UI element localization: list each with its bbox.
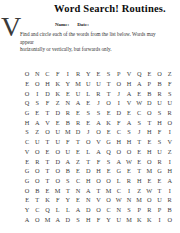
grid-cell-r4c6: A <box>73 98 83 108</box>
grid-cell-r12c10: L <box>114 176 124 186</box>
grid-cell-r16c4: A <box>53 214 63 224</box>
grid-cell-r6c14: H <box>154 117 164 127</box>
grid-cell-r8c8: V <box>93 137 103 147</box>
grid-cell-r9c7: L <box>83 147 93 157</box>
grid-cell-r3c6: U <box>73 88 83 98</box>
grid-cell-r16c10: U <box>114 214 124 224</box>
grid-cell-r3c14: R <box>154 88 164 98</box>
grid-cell-r7c11: S <box>124 127 134 137</box>
grid-cell-r14c14: U <box>154 195 164 205</box>
grid-cell-r9c10: O <box>114 147 124 157</box>
grid-cell-r13c4: M <box>53 185 63 195</box>
grid-cell-r4c2: S <box>32 98 42 108</box>
grid-cell-r14c3: K <box>42 195 52 205</box>
grid-cell-r8c15: V <box>165 137 175 147</box>
grid-cell-r5c7: S <box>83 108 93 118</box>
grid-cell-r11c13: M <box>144 166 154 176</box>
grid-cell-r3c5: E <box>63 88 73 98</box>
grid-cell-r3c7: L <box>83 88 93 98</box>
grid-cell-r2c2: O <box>32 79 42 89</box>
grid-cell-r11c2: O <box>32 166 42 176</box>
grid-cell-r16c8: F <box>93 214 103 224</box>
grid-cell-r6c15: O <box>165 117 175 127</box>
grid-cell-r6c6: R <box>73 117 83 127</box>
grid-cell-r11c15: H <box>165 166 175 176</box>
grid-cell-r13c13: W <box>144 185 154 195</box>
grid-cell-r6c7: E <box>83 117 93 127</box>
grid-cell-r4c3: F <box>42 98 52 108</box>
grid-cell-r4c5: N <box>63 98 73 108</box>
grid-cell-r10c11: W <box>124 156 134 166</box>
grid-cell-r14c8: V <box>93 195 103 205</box>
grid-cell-r10c8: F <box>93 156 103 166</box>
grid-cell-r10c1: E <box>22 156 32 166</box>
grid-cell-r15c5: L <box>63 205 73 215</box>
grid-cell-r8c2: U <box>32 137 42 147</box>
grid-cell-r8c7: O <box>83 137 93 147</box>
grid-cell-r13c5: T <box>63 185 73 195</box>
grid-cell-r7c15: I <box>165 127 175 137</box>
grid-cell-r4c12: W <box>134 98 144 108</box>
grid-cell-r3c1: O <box>22 88 32 98</box>
grid-cell-r15c8: O <box>93 205 103 215</box>
grid-cell-r2c12: A <box>134 79 144 89</box>
grid-cell-r15c1: Y <box>22 205 32 215</box>
grid-cell-r11c6: E <box>73 166 83 176</box>
grid-cell-r10c12: E <box>134 156 144 166</box>
grid-cell-r1c11: V <box>124 69 134 79</box>
grid-cell-r9c11: O <box>124 147 134 157</box>
grid-cell-r16c14: I <box>154 214 164 224</box>
grid-cell-r10c7: T <box>83 156 93 166</box>
grid-cell-r15c10: N <box>114 205 124 215</box>
grid-cell-r7c2: Z <box>32 127 42 137</box>
grid-cell-r8c13: E <box>144 137 154 147</box>
grid-cell-r16c2: O <box>32 214 42 224</box>
grid-cell-r2c9: T <box>104 79 114 89</box>
grid-cell-r1c14: O <box>154 69 164 79</box>
grid-cell-r7c4: U <box>53 127 63 137</box>
grid-cell-r6c3: V <box>42 117 52 127</box>
instructions-line-2: horizontally or vertically, but forwards… <box>20 46 170 54</box>
grid-cell-r9c3: E <box>42 147 52 157</box>
grid-cell-r9c6: E <box>73 147 83 157</box>
grid-cell-r6c12: S <box>134 117 144 127</box>
grid-cell-r16c6: S <box>73 214 83 224</box>
grid-cell-r3c8: R <box>93 88 103 98</box>
grid-cell-r5c5: R <box>63 108 73 118</box>
name-date-line: Name: Date: <box>55 22 89 27</box>
grid-cell-r8c11: H <box>124 137 134 147</box>
grid-cell-r7c14: F <box>154 127 164 137</box>
grid-cell-r12c1: G <box>22 176 32 186</box>
grid-cell-r6c13: T <box>144 117 154 127</box>
grid-cell-r15c15: B <box>165 205 175 215</box>
grid-cell-r1c8: E <box>93 69 103 79</box>
grid-cell-r11c11: E <box>124 166 134 176</box>
grid-cell-r9c9: Q <box>104 147 114 157</box>
grid-cell-r1c9: S <box>104 69 114 79</box>
grid-cell-r11c8: H <box>93 166 103 176</box>
grid-cell-r6c1: H <box>22 117 32 127</box>
grid-cell-r13c15: I <box>165 185 175 195</box>
grid-cell-r2c13: P <box>144 79 154 89</box>
grid-cell-r3c2: I <box>32 88 42 98</box>
grid-cell-r12c13: E <box>144 176 154 186</box>
grid-cell-r1c10: P <box>114 69 124 79</box>
grid-cell-r5c11: E <box>124 108 134 118</box>
grid-cell-r11c1: G <box>22 166 32 176</box>
grid-cell-r8c3: T <box>42 137 52 147</box>
grid-cell-r2c5: Y <box>63 79 73 89</box>
grid-cell-r13c9: M <box>104 185 114 195</box>
grid-cell-r2c8: U <box>93 79 103 89</box>
grid-cell-r16c9: Y <box>104 214 114 224</box>
grid-cell-r16c15: O <box>165 214 175 224</box>
grid-cell-r8c9: G <box>104 137 114 147</box>
grid-cell-r9c4: O <box>53 147 63 157</box>
grid-cell-r9c1: V <box>22 147 32 157</box>
grid-cell-r11c7: D <box>83 166 93 176</box>
grid-cell-r11c10: G <box>114 166 124 176</box>
grid-cell-r13c7: A <box>83 185 93 195</box>
grid-cell-r12c12: H <box>134 176 144 186</box>
grid-cell-r9c5: U <box>63 147 73 157</box>
grid-cell-r14c10: W <box>114 195 124 205</box>
grid-cell-r5c9: E <box>104 108 114 118</box>
grid-cell-r3c10: J <box>114 88 124 98</box>
grid-cell-r3c11: A <box>124 88 134 98</box>
grid-cell-r4c1: Q <box>22 98 32 108</box>
grid-cell-r2c10: O <box>114 79 124 89</box>
grid-cell-r6c8: A <box>93 117 103 127</box>
grid-cell-r12c11: R <box>124 176 134 186</box>
grid-cell-r16c3: M <box>42 214 52 224</box>
grid-cell-r14c13: O <box>144 195 154 205</box>
grid-cell-r6c5: B <box>63 117 73 127</box>
grid-cell-r9c14: U <box>154 147 164 157</box>
grid-cell-r6c9: K <box>104 117 114 127</box>
grid-cell-r16c5: D <box>63 214 73 224</box>
worksheet-page: Word Search! Routines. V Name: Date: Fin… <box>0 0 180 233</box>
grid-cell-r4c15: U <box>165 98 175 108</box>
grid-cell-r5c8: S <box>93 108 103 118</box>
grid-cell-r14c1: E <box>22 195 32 205</box>
grid-cell-r5c1: G <box>22 108 32 118</box>
grid-cell-r16c13: K <box>144 214 154 224</box>
grid-cell-r8c10: H <box>114 137 124 147</box>
grid-cell-r9c12: E <box>134 147 144 157</box>
grid-cell-r3c4: K <box>53 88 63 98</box>
grid-cell-r4c10: I <box>114 98 124 108</box>
grid-cell-r11c14: G <box>154 166 164 176</box>
grid-cell-r1c6: R <box>73 69 83 79</box>
grid-cell-r1c3: C <box>42 69 52 79</box>
grid-cell-r3c13: B <box>144 88 154 98</box>
grid-cell-r2c15: F <box>165 79 175 89</box>
grid-cell-r14c6: E <box>73 195 83 205</box>
grid-cell-r15c4: L <box>53 205 63 215</box>
grid-cell-r15c6: A <box>73 205 83 215</box>
grid-cell-r9c13: H <box>144 147 154 157</box>
grid-cell-r13c11: I <box>124 185 134 195</box>
grid-cell-r14c2: T <box>32 195 42 205</box>
grid-cell-r4c9: O <box>104 98 114 108</box>
grid-cell-r7c10: C <box>114 127 124 137</box>
grid-cell-r12c9: O <box>104 176 114 186</box>
grid-cell-r14c7: N <box>83 195 93 205</box>
grid-cell-r1c1: O <box>22 69 32 79</box>
grid-cell-r14c15: R <box>165 195 175 205</box>
grid-cell-r2c4: K <box>53 79 63 89</box>
grid-cell-r13c3: E <box>42 185 52 195</box>
grid-cell-r10c10: A <box>114 156 124 166</box>
grid-cell-r12c6: C <box>73 176 83 186</box>
grid-cell-r9c8: A <box>93 147 103 157</box>
grid-cell-r1c13: E <box>144 69 154 79</box>
grid-cell-r12c4: O <box>53 176 63 186</box>
instructions-line-1: Find and circle each of the words from t… <box>20 31 170 46</box>
grid-cell-r12c8: O <box>93 176 103 186</box>
grid-cell-r1c15: Z <box>165 69 175 79</box>
page-title: Word Search! Routines. <box>40 3 180 14</box>
grid-cell-r9c15: Z <box>165 147 175 157</box>
grid-cell-r14c9: O <box>104 195 114 205</box>
grid-cell-r13c14: T <box>154 185 164 195</box>
grid-cell-r14c4: F <box>53 195 63 205</box>
grid-cell-r4c14: U <box>154 98 164 108</box>
grid-cell-r4c4: Z <box>53 98 63 108</box>
grid-cell-r7c5: M <box>63 127 73 137</box>
grid-cell-r15c7: D <box>83 205 93 215</box>
grid-cell-r15c11: S <box>124 205 134 215</box>
grid-cell-r4c13: D <box>144 98 154 108</box>
grid-cell-r10c4: D <box>53 156 63 166</box>
grid-cell-r7c6: D <box>73 127 83 137</box>
grid-cell-r1c12: Q <box>134 69 144 79</box>
word-search-grid: ONCFIRYESPVQEOZEOHKYMUUTOHAPBFOIDKEULRTJ… <box>22 69 175 224</box>
grid-cell-r12c3: T <box>42 176 52 186</box>
grid-cell-r14c12: M <box>134 195 144 205</box>
grid-cell-r8c6: T <box>73 137 83 147</box>
grid-cell-r1c2: N <box>32 69 42 79</box>
grid-cell-r7c9: E <box>104 127 114 137</box>
grid-cell-r11c9: E <box>104 166 114 176</box>
grid-cell-r16c12: K <box>134 214 144 224</box>
grid-cell-r11c5: B <box>63 166 73 176</box>
grid-cell-r2c7: U <box>83 79 93 89</box>
grid-cell-r8c14: S <box>154 137 164 147</box>
grid-cell-r10c9: S <box>104 156 114 166</box>
grid-cell-r5c4: D <box>53 108 63 118</box>
grid-cell-r15c14: P <box>154 205 164 215</box>
grid-cell-r16c11: M <box>124 214 134 224</box>
grid-cell-r13c1: O <box>22 185 32 195</box>
grid-cell-r6c4: E <box>53 117 63 127</box>
grid-cell-r10c15: I <box>165 156 175 166</box>
grid-cell-r7c12: J <box>134 127 144 137</box>
grid-cell-r8c5: F <box>63 137 73 147</box>
grid-cell-r7c1: S <box>22 127 32 137</box>
grid-cell-r3c12: E <box>134 88 144 98</box>
date-label: Date: <box>77 22 89 27</box>
grid-cell-r1c7: Y <box>83 69 93 79</box>
grid-cell-r15c13: R <box>144 205 154 215</box>
grid-cell-r2c1: E <box>22 79 32 89</box>
grid-cell-r6c2: A <box>32 117 42 127</box>
grid-cell-r13c2: B <box>32 185 42 195</box>
grid-cell-r11c4: O <box>53 166 63 176</box>
grid-cell-r14c11: N <box>124 195 134 205</box>
grid-cell-r4c7: E <box>83 98 93 108</box>
grid-cell-r12c14: E <box>154 176 164 186</box>
grid-cell-r5c3: T <box>42 108 52 118</box>
grid-cell-r13c8: T <box>93 185 103 195</box>
grid-cell-r5c12: C <box>134 108 144 118</box>
grid-cell-r9c2: O <box>32 147 42 157</box>
grid-cell-r2c3: H <box>42 79 52 89</box>
grid-cell-r10c5: A <box>63 156 73 166</box>
grid-cell-r3c9: T <box>104 88 114 98</box>
grid-cell-r1c4: F <box>53 69 63 79</box>
grid-cell-r13c12: Z <box>134 185 144 195</box>
grid-cell-r11c12: T <box>134 166 144 176</box>
grid-cell-r5c10: D <box>114 108 124 118</box>
grid-cell-r4c8: J <box>93 98 103 108</box>
grid-cell-r3c3: D <box>42 88 52 98</box>
name-label: Name: <box>55 22 69 27</box>
grid-cell-r13c10: C <box>114 185 124 195</box>
grid-cell-r12c2: O <box>32 176 42 186</box>
instructions: Find and circle each of the words from t… <box>20 31 170 54</box>
grid-cell-r12c7: H <box>83 176 93 186</box>
grid-cell-r8c1: C <box>22 137 32 147</box>
grid-cell-r10c2: R <box>32 156 42 166</box>
grid-cell-r12c5: S <box>63 176 73 186</box>
logo-letter-v: V <box>1 13 21 41</box>
grid-cell-r7c13: H <box>144 127 154 137</box>
grid-cell-r15c2: C <box>32 205 42 215</box>
grid-cell-r15c9: C <box>104 205 114 215</box>
grid-cell-r5c2: E <box>32 108 42 118</box>
grid-cell-r6c10: F <box>114 117 124 127</box>
grid-cell-r11c3: T <box>42 166 52 176</box>
grid-cell-r12c15: A <box>165 176 175 186</box>
grid-cell-r8c12: T <box>134 137 144 147</box>
grid-cell-r5c13: O <box>144 108 154 118</box>
grid-cell-r10c14: R <box>154 156 164 166</box>
grid-cell-r16c1: A <box>22 214 32 224</box>
grid-cell-r15c12: P <box>134 205 144 215</box>
grid-cell-r1c5: I <box>63 69 73 79</box>
grid-cell-r5c6: E <box>73 108 83 118</box>
grid-cell-r7c7: J <box>83 127 93 137</box>
grid-cell-r10c13: O <box>144 156 154 166</box>
grid-cell-r6c11: A <box>124 117 134 127</box>
grid-cell-r5c14: S <box>154 108 164 118</box>
grid-cell-r7c3: O <box>42 127 52 137</box>
grid-cell-r10c6: Z <box>73 156 83 166</box>
grid-cell-r4c11: V <box>124 98 134 108</box>
grid-cell-r10c3: T <box>42 156 52 166</box>
grid-cell-r7c8: O <box>93 127 103 137</box>
grid-cell-r2c11: H <box>124 79 134 89</box>
grid-cell-r2c14: B <box>154 79 164 89</box>
grid-cell-r5c15: R <box>165 108 175 118</box>
grid-cell-r13c6: N <box>73 185 83 195</box>
grid-cell-r15c3: Q <box>42 205 52 215</box>
grid-cell-r16c7: H <box>83 214 93 224</box>
grid-cell-r2c6: M <box>73 79 83 89</box>
grid-cell-r8c4: U <box>53 137 63 147</box>
grid-cell-r14c5: Y <box>63 195 73 205</box>
grid-cell-r3c15: S <box>165 88 175 98</box>
